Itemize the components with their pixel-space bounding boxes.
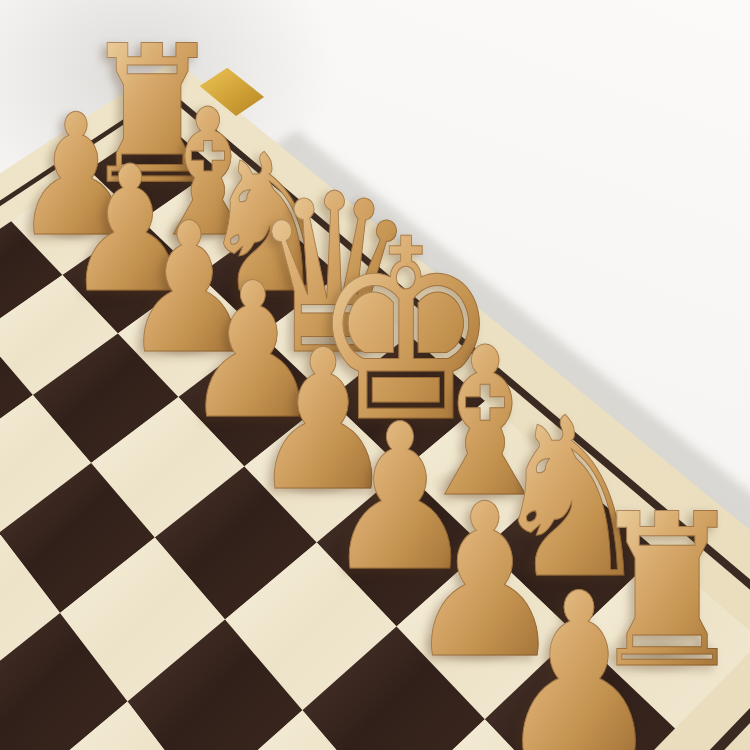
piece-white-rook-h1[interactable]: ♜ bbox=[667, 673, 750, 750]
chess-photo-scene: ♜♝♟♞♟♛♟♚♟♝♟♞♟♜♟♟ bbox=[0, 0, 750, 750]
pawn-glyph: ♟ bbox=[495, 564, 664, 750]
